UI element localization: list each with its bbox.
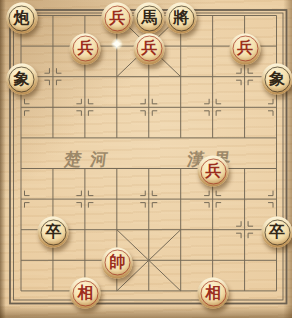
red-soldier-glyph: 兵 [77, 40, 93, 56]
piece-red-elephant[interactable]: 相 [70, 278, 101, 309]
red-elephant-glyph: 相 [77, 284, 93, 300]
piece-black-soldier[interactable]: 卒 [38, 217, 69, 248]
piece-red-soldier[interactable]: 兵 [230, 33, 261, 64]
red-soldier-glyph: 兵 [109, 9, 125, 25]
river-label-chu-he: 楚河 [54, 148, 118, 171]
black-horse-glyph: 馬 [141, 9, 157, 25]
black-soldier-glyph: 卒 [45, 223, 61, 239]
red-soldier-glyph: 兵 [205, 162, 221, 178]
piece-black-cannon[interactable]: 炮 [6, 3, 37, 34]
red-soldier-glyph: 兵 [141, 40, 157, 56]
piece-red-soldier[interactable]: 兵 [102, 3, 133, 34]
piece-black-soldier[interactable]: 卒 [262, 217, 292, 248]
black-elephant-glyph: 象 [269, 70, 285, 86]
piece-black-elephant[interactable]: 象 [6, 64, 37, 95]
piece-red-soldier[interactable]: 兵 [198, 156, 229, 187]
piece-red-soldier[interactable]: 兵 [70, 33, 101, 64]
red-elephant-glyph: 相 [205, 284, 221, 300]
piece-black-horse[interactable]: 馬 [134, 3, 165, 34]
red-general-glyph: 帥 [109, 254, 125, 270]
black-cannon-glyph: 炮 [14, 9, 30, 25]
black-elephant-glyph: 象 [14, 70, 30, 86]
piece-black-elephant[interactable]: 象 [262, 64, 292, 95]
piece-black-general[interactable]: 將 [166, 3, 197, 34]
red-soldier-glyph: 兵 [237, 40, 253, 56]
piece-red-elephant[interactable]: 相 [198, 278, 229, 309]
piece-red-soldier[interactable]: 兵 [134, 33, 165, 64]
xiangqi-board[interactable]: 楚河 漢界 炮馬將象象卒卒兵兵兵兵兵帥相相 [0, 0, 292, 318]
piece-red-general[interactable]: 帥 [102, 247, 133, 278]
black-general-glyph: 將 [173, 9, 189, 25]
black-soldier-glyph: 卒 [269, 223, 285, 239]
